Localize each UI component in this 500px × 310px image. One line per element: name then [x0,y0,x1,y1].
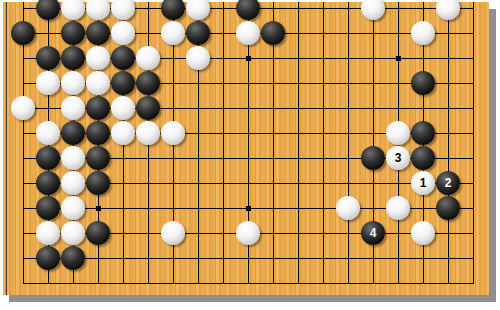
board-left-edge [6,2,7,295]
move-number: 4 [370,227,377,239]
stone-E7 [111,121,135,145]
stone-S5: 2 [436,171,460,195]
stone-H10 [186,46,210,70]
stone-C7 [61,121,85,145]
board-shadow-right [489,9,496,302]
stone-G11 [161,21,185,45]
stone-E9 [111,71,135,95]
stone-Q6: 3 [386,146,410,170]
move-number: 1 [420,177,427,189]
stone-C8 [61,96,85,120]
stone-P12 [361,0,385,20]
stone-B4 [36,196,60,220]
stone-C2 [61,246,85,270]
stone-E10 [111,46,135,70]
stone-F8 [136,96,160,120]
stone-D9 [86,71,110,95]
stone-D12 [86,0,110,20]
move-number: 2 [445,177,452,189]
stone-Q4 [386,196,410,220]
stone-F9 [136,71,160,95]
star-point [96,206,101,211]
stone-C9 [61,71,85,95]
grid-line-vertical [223,2,224,284]
stone-B3 [36,221,60,245]
stone-C11 [61,21,85,45]
stone-E8 [111,96,135,120]
move-number: 3 [395,152,402,164]
stone-R3 [411,221,435,245]
stone-P6 [361,146,385,170]
grid-line-horizontal [23,283,474,284]
stone-L11 [261,21,285,45]
stone-B5 [36,171,60,195]
stone-C10 [61,46,85,70]
stone-G7 [161,121,185,145]
stone-C5 [61,171,85,195]
stone-H12 [186,0,210,20]
stone-P3: 4 [361,221,385,245]
stone-D10 [86,46,110,70]
stone-B2 [36,246,60,270]
stone-A11 [11,21,35,45]
stone-B9 [36,71,60,95]
board-shadow-bottom [9,295,496,302]
stone-C4 [61,196,85,220]
board-surface[interactable]: 3124 [3,2,489,295]
stone-C3 [61,221,85,245]
stone-D3 [86,221,110,245]
grid-line-horizontal [23,258,474,259]
stone-C6 [61,146,85,170]
stone-G12 [161,0,185,20]
stone-R5: 1 [411,171,435,195]
stone-K11 [236,21,260,45]
stone-G3 [161,221,185,245]
stone-C12 [61,0,85,20]
stone-S4 [436,196,460,220]
stone-D7 [86,121,110,145]
star-point [246,56,251,61]
grid-line-vertical [473,2,474,284]
grid-line-vertical [323,2,324,284]
grid-line-vertical [348,2,349,284]
stone-R9 [411,71,435,95]
stone-S12 [436,0,460,20]
stone-F10 [136,46,160,70]
stone-O4 [336,196,360,220]
stone-D6 [86,146,110,170]
stone-R11 [411,21,435,45]
stone-R7 [411,121,435,145]
stone-B7 [36,121,60,145]
stone-B10 [36,46,60,70]
stone-K3 [236,221,260,245]
grid-line-vertical [298,2,299,284]
stone-R6 [411,146,435,170]
stone-A8 [11,96,35,120]
stone-D11 [86,21,110,45]
stone-K12 [236,0,260,20]
go-board-diagram: 3124 [0,0,500,310]
star-point [246,206,251,211]
grid-line-vertical [448,2,449,284]
star-point [396,56,401,61]
stone-D8 [86,96,110,120]
stone-Q7 [386,121,410,145]
stone-E12 [111,0,135,20]
stone-B12 [36,0,60,20]
stone-H11 [186,21,210,45]
stone-B6 [36,146,60,170]
stone-D5 [86,171,110,195]
stone-F7 [136,121,160,145]
stone-E11 [111,21,135,45]
